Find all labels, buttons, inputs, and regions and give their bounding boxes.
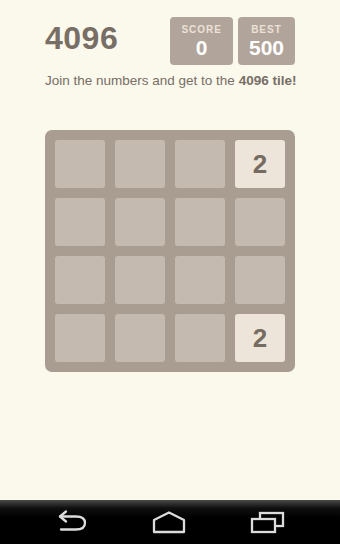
cell-r2-c2 — [175, 256, 225, 304]
app-screen: 4096 SCORE 0 BEST 500 Join the numbers a… — [0, 0, 340, 544]
game-instructions: Join the numbers and get to the 4096 til… — [45, 71, 299, 91]
score-box: SCORE 0 — [170, 17, 233, 65]
cell-r3-c3: 2 — [235, 314, 285, 362]
android-navbar — [0, 500, 340, 544]
game-board[interactable]: 2 2 — [45, 130, 295, 372]
cell-r2-c1 — [115, 256, 165, 304]
instructions-text: Join the numbers and get to the — [45, 73, 239, 88]
best-label: BEST — [249, 23, 284, 36]
score-value: 0 — [181, 36, 222, 59]
home-icon — [151, 508, 187, 536]
cell-r2-c3 — [235, 256, 285, 304]
cell-r0-c3: 2 — [235, 140, 285, 188]
cell-r3-c1 — [115, 314, 165, 362]
page-title: 4096 — [45, 22, 118, 54]
cell-r1-c2 — [175, 198, 225, 246]
cell-r1-c3 — [235, 198, 285, 246]
cell-r3-c0 — [55, 314, 105, 362]
cell-r1-c0 — [55, 198, 105, 246]
cell-r0-c2 — [175, 140, 225, 188]
best-box: BEST 500 — [238, 17, 295, 65]
cell-r3-c2 — [175, 314, 225, 362]
cell-r0-c0 — [55, 140, 105, 188]
recents-button[interactable] — [249, 508, 285, 536]
back-button[interactable] — [52, 508, 88, 536]
best-value: 500 — [249, 36, 284, 59]
goal-text: 4096 tile! — [239, 73, 297, 88]
cell-r1-c1 — [115, 198, 165, 246]
cell-r0-c1 — [115, 140, 165, 188]
score-panel: SCORE 0 BEST 500 — [170, 17, 295, 65]
home-button[interactable] — [151, 508, 187, 536]
score-label: SCORE — [181, 23, 222, 36]
back-icon — [52, 508, 88, 536]
recents-icon — [249, 508, 285, 536]
cell-r2-c0 — [55, 256, 105, 304]
